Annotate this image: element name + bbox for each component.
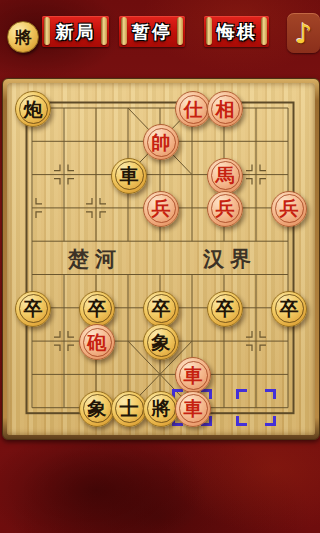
piece-glyph: 兵 [280, 199, 299, 218]
scroll-rod-icon [206, 17, 212, 45]
scroll-rod-icon [261, 17, 267, 45]
pause-label: 暂停 [132, 23, 172, 41]
piece-black[interactable]: 卒 [15, 291, 51, 327]
piece-glyph: 卒 [24, 299, 43, 318]
piece-glyph: 象 [152, 333, 171, 352]
piece-black[interactable]: 象 [79, 391, 115, 427]
piece-glyph: 仕 [184, 100, 203, 119]
music-note-icon: ♪ [295, 20, 312, 47]
pause-button[interactable]: 暂停 [119, 16, 185, 47]
piece-glyph: 象 [88, 399, 107, 418]
piece-red[interactable]: 車 [175, 391, 211, 427]
piece-red[interactable]: 兵 [271, 191, 307, 227]
piece-black[interactable]: 卒 [79, 291, 115, 327]
piece-glyph: 卒 [216, 299, 235, 318]
undo-button[interactable]: 悔棋 [204, 16, 269, 47]
piece-glyph: 車 [120, 166, 139, 185]
undo-label: 悔棋 [217, 23, 257, 41]
piece-glyph: 將 [152, 399, 171, 418]
piece-red[interactable]: 相 [207, 91, 243, 127]
last-move-highlight [236, 389, 276, 426]
piece-black[interactable]: 卒 [207, 291, 243, 327]
piece-glyph: 炮 [24, 100, 43, 119]
turn-indicator-piece: 將 [7, 21, 39, 53]
piece-glyph: 士 [120, 399, 139, 418]
piece-glyph: 砲 [88, 333, 107, 352]
new-game-button[interactable]: 新局 [42, 16, 109, 47]
river-label-right: 汉界 [203, 248, 257, 269]
scroll-rod-icon [101, 17, 107, 45]
piece-red[interactable]: 砲 [79, 324, 115, 360]
piece-black[interactable]: 象 [143, 324, 179, 360]
music-button[interactable]: ♪ [287, 13, 320, 53]
piece-glyph: 卒 [152, 299, 171, 318]
piece-black[interactable]: 車 [111, 158, 147, 194]
piece-glyph: 帥 [152, 133, 171, 152]
piece-black[interactable]: 卒 [143, 291, 179, 327]
piece-glyph: 車 [184, 399, 203, 418]
piece-glyph: 車 [184, 366, 203, 385]
piece-glyph: 馬 [216, 166, 235, 185]
piece-black[interactable]: 將 [143, 391, 179, 427]
scroll-rod-icon [121, 17, 127, 45]
piece-glyph: 兵 [216, 199, 235, 218]
piece-red[interactable]: 兵 [207, 191, 243, 227]
piece-glyph: 卒 [280, 299, 299, 318]
piece-black[interactable]: 炮 [15, 91, 51, 127]
app: 將 新局 暂停 悔棋 ♪ 楚河 汉界 炮仕相帥車馬兵兵兵卒卒卒卒卒砲象車象士將車 [0, 0, 320, 533]
turn-indicator-glyph: 將 [15, 26, 32, 49]
piece-glyph: 兵 [152, 199, 171, 218]
scroll-rod-icon [44, 17, 50, 45]
piece-glyph: 相 [216, 100, 235, 119]
river-label-left: 楚河 [68, 248, 122, 269]
piece-black[interactable]: 卒 [271, 291, 307, 327]
piece-red[interactable]: 馬 [207, 158, 243, 194]
scroll-rod-icon [177, 17, 183, 45]
piece-red[interactable]: 兵 [143, 191, 179, 227]
piece-black[interactable]: 士 [111, 391, 147, 427]
new-game-label: 新局 [56, 23, 96, 41]
piece-red[interactable]: 仕 [175, 91, 211, 127]
piece-glyph: 卒 [88, 299, 107, 318]
